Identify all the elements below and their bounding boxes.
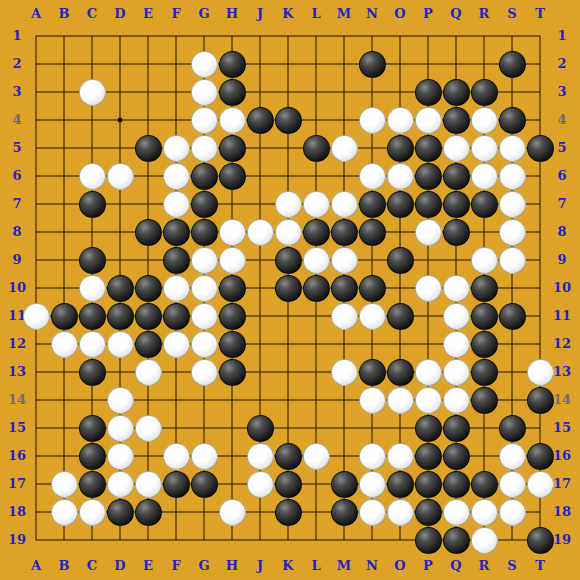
intersection-O14[interactable] <box>386 386 414 414</box>
intersection-R16[interactable] <box>470 442 498 470</box>
intersection-L5[interactable] <box>302 134 330 162</box>
intersection-G18[interactable] <box>190 498 218 526</box>
intersection-L13[interactable] <box>302 358 330 386</box>
intersection-M7[interactable] <box>330 190 358 218</box>
intersection-E6[interactable] <box>134 162 162 190</box>
intersection-F9[interactable] <box>162 246 190 274</box>
intersection-C6[interactable] <box>78 162 106 190</box>
intersection-H17[interactable] <box>218 470 246 498</box>
intersection-L11[interactable] <box>302 302 330 330</box>
intersection-F10[interactable] <box>162 274 190 302</box>
intersection-G16[interactable] <box>190 442 218 470</box>
intersection-T1[interactable] <box>526 22 554 50</box>
intersection-S13[interactable] <box>498 358 526 386</box>
intersection-D4[interactable] <box>106 106 134 134</box>
intersection-J16[interactable] <box>246 442 274 470</box>
intersection-O1[interactable] <box>386 22 414 50</box>
intersection-J2[interactable] <box>246 50 274 78</box>
intersection-R10[interactable] <box>470 274 498 302</box>
intersection-H19[interactable] <box>218 526 246 554</box>
intersection-A5[interactable] <box>22 134 50 162</box>
intersection-L2[interactable] <box>302 50 330 78</box>
intersection-A6[interactable] <box>22 162 50 190</box>
intersection-G10[interactable] <box>190 274 218 302</box>
intersection-M11[interactable] <box>330 302 358 330</box>
intersection-B7[interactable] <box>50 190 78 218</box>
intersection-N13[interactable] <box>358 358 386 386</box>
intersection-F19[interactable] <box>162 526 190 554</box>
intersection-O18[interactable] <box>386 498 414 526</box>
intersection-G6[interactable] <box>190 162 218 190</box>
intersection-B5[interactable] <box>50 134 78 162</box>
intersection-H4[interactable] <box>218 106 246 134</box>
intersection-S14[interactable] <box>498 386 526 414</box>
intersection-S7[interactable] <box>498 190 526 218</box>
intersection-T18[interactable] <box>526 498 554 526</box>
intersection-T17[interactable] <box>526 470 554 498</box>
intersection-T4[interactable] <box>526 106 554 134</box>
intersection-J19[interactable] <box>246 526 274 554</box>
intersection-J1[interactable] <box>246 22 274 50</box>
intersection-H9[interactable] <box>218 246 246 274</box>
intersection-T5[interactable] <box>526 134 554 162</box>
intersection-C7[interactable] <box>78 190 106 218</box>
intersection-K16[interactable] <box>274 442 302 470</box>
intersection-C9[interactable] <box>78 246 106 274</box>
intersection-N11[interactable] <box>358 302 386 330</box>
intersection-G7[interactable] <box>190 190 218 218</box>
intersection-T12[interactable] <box>526 330 554 358</box>
intersection-Q18[interactable] <box>442 498 470 526</box>
intersection-N14[interactable] <box>358 386 386 414</box>
intersection-S10[interactable] <box>498 274 526 302</box>
intersection-T2[interactable] <box>526 50 554 78</box>
intersection-C2[interactable] <box>78 50 106 78</box>
intersection-N10[interactable] <box>358 274 386 302</box>
intersection-L9[interactable] <box>302 246 330 274</box>
intersection-S1[interactable] <box>498 22 526 50</box>
intersection-B12[interactable] <box>50 330 78 358</box>
intersection-Q11[interactable] <box>442 302 470 330</box>
intersection-T3[interactable] <box>526 78 554 106</box>
intersection-G11[interactable] <box>190 302 218 330</box>
intersection-O13[interactable] <box>386 358 414 386</box>
intersection-Q6[interactable] <box>442 162 470 190</box>
intersection-T6[interactable] <box>526 162 554 190</box>
intersection-M9[interactable] <box>330 246 358 274</box>
intersection-H6[interactable] <box>218 162 246 190</box>
intersection-K15[interactable] <box>274 414 302 442</box>
intersection-P8[interactable] <box>414 218 442 246</box>
intersection-C13[interactable] <box>78 358 106 386</box>
intersection-P7[interactable] <box>414 190 442 218</box>
intersection-F18[interactable] <box>162 498 190 526</box>
intersection-L12[interactable] <box>302 330 330 358</box>
intersection-G14[interactable] <box>190 386 218 414</box>
intersection-R15[interactable] <box>470 414 498 442</box>
intersection-C1[interactable] <box>78 22 106 50</box>
intersection-C11[interactable] <box>78 302 106 330</box>
intersection-R11[interactable] <box>470 302 498 330</box>
intersection-S18[interactable] <box>498 498 526 526</box>
intersection-G1[interactable] <box>190 22 218 50</box>
intersection-C17[interactable] <box>78 470 106 498</box>
intersection-D6[interactable] <box>106 162 134 190</box>
intersection-P17[interactable] <box>414 470 442 498</box>
intersection-N18[interactable] <box>358 498 386 526</box>
intersection-E19[interactable] <box>134 526 162 554</box>
intersection-E18[interactable] <box>134 498 162 526</box>
intersection-C14[interactable] <box>78 386 106 414</box>
intersection-E10[interactable] <box>134 274 162 302</box>
intersection-P2[interactable] <box>414 50 442 78</box>
intersection-A11[interactable] <box>22 302 50 330</box>
intersection-R13[interactable] <box>470 358 498 386</box>
intersection-D12[interactable] <box>106 330 134 358</box>
intersection-R3[interactable] <box>470 78 498 106</box>
intersection-C12[interactable] <box>78 330 106 358</box>
intersection-F2[interactable] <box>162 50 190 78</box>
intersection-L14[interactable] <box>302 386 330 414</box>
intersection-G8[interactable] <box>190 218 218 246</box>
intersection-A3[interactable] <box>22 78 50 106</box>
intersection-E3[interactable] <box>134 78 162 106</box>
intersection-T19[interactable] <box>526 526 554 554</box>
intersection-R5[interactable] <box>470 134 498 162</box>
intersection-D3[interactable] <box>106 78 134 106</box>
intersection-J6[interactable] <box>246 162 274 190</box>
intersection-S12[interactable] <box>498 330 526 358</box>
intersection-F17[interactable] <box>162 470 190 498</box>
intersection-O9[interactable] <box>386 246 414 274</box>
intersection-F15[interactable] <box>162 414 190 442</box>
intersection-G12[interactable] <box>190 330 218 358</box>
intersection-M6[interactable] <box>330 162 358 190</box>
intersection-N7[interactable] <box>358 190 386 218</box>
intersection-H15[interactable] <box>218 414 246 442</box>
intersection-D11[interactable] <box>106 302 134 330</box>
intersection-F4[interactable] <box>162 106 190 134</box>
intersection-F5[interactable] <box>162 134 190 162</box>
intersection-N5[interactable] <box>358 134 386 162</box>
intersection-Q14[interactable] <box>442 386 470 414</box>
intersection-F11[interactable] <box>162 302 190 330</box>
intersection-F13[interactable] <box>162 358 190 386</box>
intersection-N1[interactable] <box>358 22 386 50</box>
intersection-C16[interactable] <box>78 442 106 470</box>
intersection-K9[interactable] <box>274 246 302 274</box>
intersection-L15[interactable] <box>302 414 330 442</box>
intersection-A9[interactable] <box>22 246 50 274</box>
intersection-P10[interactable] <box>414 274 442 302</box>
intersection-N3[interactable] <box>358 78 386 106</box>
intersection-H3[interactable] <box>218 78 246 106</box>
intersection-Q8[interactable] <box>442 218 470 246</box>
intersection-R19[interactable] <box>470 526 498 554</box>
intersection-D7[interactable] <box>106 190 134 218</box>
intersection-T8[interactable] <box>526 218 554 246</box>
intersection-J17[interactable] <box>246 470 274 498</box>
intersection-O5[interactable] <box>386 134 414 162</box>
intersection-O12[interactable] <box>386 330 414 358</box>
intersection-J10[interactable] <box>246 274 274 302</box>
intersection-E5[interactable] <box>134 134 162 162</box>
intersection-C8[interactable] <box>78 218 106 246</box>
intersection-J9[interactable] <box>246 246 274 274</box>
intersection-R14[interactable] <box>470 386 498 414</box>
intersection-D16[interactable] <box>106 442 134 470</box>
intersection-C4[interactable] <box>78 106 106 134</box>
intersection-H10[interactable] <box>218 274 246 302</box>
intersection-H14[interactable] <box>218 386 246 414</box>
intersection-O8[interactable] <box>386 218 414 246</box>
intersection-R1[interactable] <box>470 22 498 50</box>
intersection-Q19[interactable] <box>442 526 470 554</box>
intersection-Q12[interactable] <box>442 330 470 358</box>
intersection-M14[interactable] <box>330 386 358 414</box>
intersection-J12[interactable] <box>246 330 274 358</box>
intersection-S8[interactable] <box>498 218 526 246</box>
intersection-C5[interactable] <box>78 134 106 162</box>
intersection-F14[interactable] <box>162 386 190 414</box>
intersection-Q5[interactable] <box>442 134 470 162</box>
intersection-F8[interactable] <box>162 218 190 246</box>
intersection-N2[interactable] <box>358 50 386 78</box>
intersection-K11[interactable] <box>274 302 302 330</box>
intersection-B11[interactable] <box>50 302 78 330</box>
intersection-O4[interactable] <box>386 106 414 134</box>
intersection-K13[interactable] <box>274 358 302 386</box>
intersection-B18[interactable] <box>50 498 78 526</box>
intersection-A19[interactable] <box>22 526 50 554</box>
intersection-P15[interactable] <box>414 414 442 442</box>
intersection-G5[interactable] <box>190 134 218 162</box>
intersection-D15[interactable] <box>106 414 134 442</box>
intersection-R6[interactable] <box>470 162 498 190</box>
intersection-J13[interactable] <box>246 358 274 386</box>
intersection-N6[interactable] <box>358 162 386 190</box>
intersection-F12[interactable] <box>162 330 190 358</box>
intersection-O17[interactable] <box>386 470 414 498</box>
intersection-K12[interactable] <box>274 330 302 358</box>
intersection-R8[interactable] <box>470 218 498 246</box>
intersection-S3[interactable] <box>498 78 526 106</box>
intersection-H18[interactable] <box>218 498 246 526</box>
intersection-M2[interactable] <box>330 50 358 78</box>
intersection-G13[interactable] <box>190 358 218 386</box>
intersection-B4[interactable] <box>50 106 78 134</box>
intersection-O6[interactable] <box>386 162 414 190</box>
intersection-K10[interactable] <box>274 274 302 302</box>
intersection-O11[interactable] <box>386 302 414 330</box>
intersection-K1[interactable] <box>274 22 302 50</box>
intersection-E7[interactable] <box>134 190 162 218</box>
intersection-L8[interactable] <box>302 218 330 246</box>
intersection-K7[interactable] <box>274 190 302 218</box>
intersection-P18[interactable] <box>414 498 442 526</box>
intersection-P6[interactable] <box>414 162 442 190</box>
intersection-E12[interactable] <box>134 330 162 358</box>
intersection-A14[interactable] <box>22 386 50 414</box>
intersection-Q9[interactable] <box>442 246 470 274</box>
intersection-C3[interactable] <box>78 78 106 106</box>
intersection-Q4[interactable] <box>442 106 470 134</box>
intersection-N17[interactable] <box>358 470 386 498</box>
intersection-O2[interactable] <box>386 50 414 78</box>
intersection-R18[interactable] <box>470 498 498 526</box>
intersection-P4[interactable] <box>414 106 442 134</box>
intersection-K17[interactable] <box>274 470 302 498</box>
intersection-R4[interactable] <box>470 106 498 134</box>
intersection-G17[interactable] <box>190 470 218 498</box>
intersection-L18[interactable] <box>302 498 330 526</box>
intersection-Q3[interactable] <box>442 78 470 106</box>
intersection-E9[interactable] <box>134 246 162 274</box>
intersection-A2[interactable] <box>22 50 50 78</box>
intersection-H2[interactable] <box>218 50 246 78</box>
intersection-K2[interactable] <box>274 50 302 78</box>
intersection-G9[interactable] <box>190 246 218 274</box>
intersection-G4[interactable] <box>190 106 218 134</box>
intersection-B19[interactable] <box>50 526 78 554</box>
intersection-C15[interactable] <box>78 414 106 442</box>
intersection-H5[interactable] <box>218 134 246 162</box>
intersection-G3[interactable] <box>190 78 218 106</box>
intersection-L7[interactable] <box>302 190 330 218</box>
intersection-P14[interactable] <box>414 386 442 414</box>
intersection-P12[interactable] <box>414 330 442 358</box>
intersection-H11[interactable] <box>218 302 246 330</box>
intersection-H16[interactable] <box>218 442 246 470</box>
intersection-D5[interactable] <box>106 134 134 162</box>
intersection-M4[interactable] <box>330 106 358 134</box>
intersection-T13[interactable] <box>526 358 554 386</box>
intersection-C18[interactable] <box>78 498 106 526</box>
intersection-L19[interactable] <box>302 526 330 554</box>
intersection-T10[interactable] <box>526 274 554 302</box>
intersection-B17[interactable] <box>50 470 78 498</box>
intersection-O7[interactable] <box>386 190 414 218</box>
intersection-E2[interactable] <box>134 50 162 78</box>
intersection-K14[interactable] <box>274 386 302 414</box>
intersection-K6[interactable] <box>274 162 302 190</box>
intersection-B1[interactable] <box>50 22 78 50</box>
intersection-E11[interactable] <box>134 302 162 330</box>
intersection-B8[interactable] <box>50 218 78 246</box>
intersection-R17[interactable] <box>470 470 498 498</box>
intersection-B2[interactable] <box>50 50 78 78</box>
intersection-P16[interactable] <box>414 442 442 470</box>
intersection-P19[interactable] <box>414 526 442 554</box>
intersection-J14[interactable] <box>246 386 274 414</box>
intersection-G15[interactable] <box>190 414 218 442</box>
intersection-L10[interactable] <box>302 274 330 302</box>
intersection-J8[interactable] <box>246 218 274 246</box>
intersection-S19[interactable] <box>498 526 526 554</box>
intersection-Q10[interactable] <box>442 274 470 302</box>
intersection-D17[interactable] <box>106 470 134 498</box>
intersection-E14[interactable] <box>134 386 162 414</box>
intersection-L6[interactable] <box>302 162 330 190</box>
intersection-G19[interactable] <box>190 526 218 554</box>
intersection-A1[interactable] <box>22 22 50 50</box>
intersection-H8[interactable] <box>218 218 246 246</box>
intersection-Q15[interactable] <box>442 414 470 442</box>
intersection-S6[interactable] <box>498 162 526 190</box>
intersection-M16[interactable] <box>330 442 358 470</box>
intersection-S17[interactable] <box>498 470 526 498</box>
intersection-M1[interactable] <box>330 22 358 50</box>
intersection-J11[interactable] <box>246 302 274 330</box>
intersection-E17[interactable] <box>134 470 162 498</box>
intersection-D2[interactable] <box>106 50 134 78</box>
intersection-B9[interactable] <box>50 246 78 274</box>
intersection-Q13[interactable] <box>442 358 470 386</box>
intersection-Q7[interactable] <box>442 190 470 218</box>
intersection-M13[interactable] <box>330 358 358 386</box>
intersection-N12[interactable] <box>358 330 386 358</box>
intersection-M12[interactable] <box>330 330 358 358</box>
intersection-E15[interactable] <box>134 414 162 442</box>
intersection-H13[interactable] <box>218 358 246 386</box>
intersection-A10[interactable] <box>22 274 50 302</box>
intersection-E1[interactable] <box>134 22 162 50</box>
intersection-M10[interactable] <box>330 274 358 302</box>
intersection-T7[interactable] <box>526 190 554 218</box>
intersection-A12[interactable] <box>22 330 50 358</box>
intersection-A17[interactable] <box>22 470 50 498</box>
intersection-S9[interactable] <box>498 246 526 274</box>
intersection-K19[interactable] <box>274 526 302 554</box>
intersection-M15[interactable] <box>330 414 358 442</box>
intersection-F3[interactable] <box>162 78 190 106</box>
intersection-N16[interactable] <box>358 442 386 470</box>
intersection-P9[interactable] <box>414 246 442 274</box>
intersection-C19[interactable] <box>78 526 106 554</box>
intersection-J5[interactable] <box>246 134 274 162</box>
intersection-O10[interactable] <box>386 274 414 302</box>
intersection-K4[interactable] <box>274 106 302 134</box>
intersection-P3[interactable] <box>414 78 442 106</box>
intersection-D14[interactable] <box>106 386 134 414</box>
intersection-D8[interactable] <box>106 218 134 246</box>
intersection-D9[interactable] <box>106 246 134 274</box>
intersection-D19[interactable] <box>106 526 134 554</box>
intersection-F16[interactable] <box>162 442 190 470</box>
intersection-H1[interactable] <box>218 22 246 50</box>
intersection-M8[interactable] <box>330 218 358 246</box>
intersection-B16[interactable] <box>50 442 78 470</box>
intersection-Q1[interactable] <box>442 22 470 50</box>
intersection-F7[interactable] <box>162 190 190 218</box>
intersection-E4[interactable] <box>134 106 162 134</box>
intersection-O19[interactable] <box>386 526 414 554</box>
intersection-A8[interactable] <box>22 218 50 246</box>
intersection-A18[interactable] <box>22 498 50 526</box>
intersection-L16[interactable] <box>302 442 330 470</box>
intersection-N4[interactable] <box>358 106 386 134</box>
intersection-D18[interactable] <box>106 498 134 526</box>
intersection-A4[interactable] <box>22 106 50 134</box>
intersection-J15[interactable] <box>246 414 274 442</box>
intersection-R7[interactable] <box>470 190 498 218</box>
intersection-S11[interactable] <box>498 302 526 330</box>
intersection-P5[interactable] <box>414 134 442 162</box>
intersection-L3[interactable] <box>302 78 330 106</box>
intersection-O3[interactable] <box>386 78 414 106</box>
intersection-R12[interactable] <box>470 330 498 358</box>
intersection-N9[interactable] <box>358 246 386 274</box>
